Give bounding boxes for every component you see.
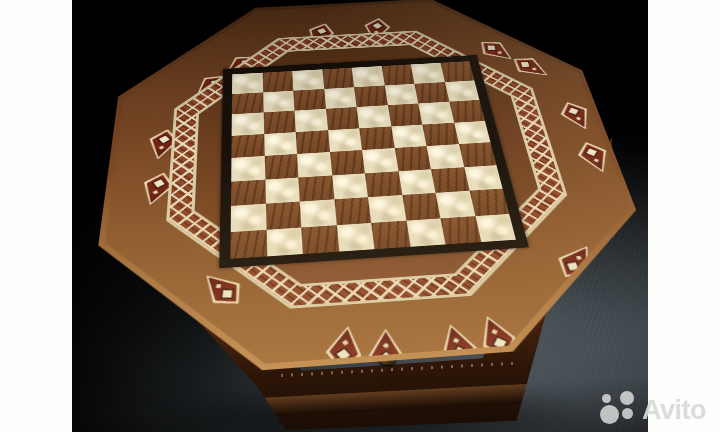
square-e6	[357, 105, 391, 128]
product-photo-chess-table[interactable]	[72, 0, 648, 432]
square-b4	[264, 154, 298, 179]
square-h5	[454, 121, 491, 145]
square-g1	[440, 216, 480, 245]
square-b6	[263, 111, 295, 134]
square-e4	[362, 148, 398, 173]
square-g5	[422, 122, 458, 146]
square-g3	[431, 167, 469, 193]
square-a2	[231, 204, 266, 232]
square-d5	[328, 128, 362, 152]
letterbox-right	[648, 0, 720, 432]
square-h8	[440, 61, 474, 82]
square-h2	[469, 189, 509, 216]
square-g4	[426, 144, 463, 169]
watermark-text: Avito	[642, 395, 706, 426]
square-c3	[298, 175, 334, 201]
square-b2	[265, 202, 301, 230]
square-f1	[406, 218, 446, 247]
square-g8	[411, 63, 445, 84]
square-b8	[262, 71, 293, 92]
square-d3	[332, 173, 368, 199]
square-f5	[391, 124, 427, 148]
square-h3	[464, 165, 503, 191]
square-a7	[232, 92, 263, 114]
square-d7	[324, 87, 357, 109]
square-g7	[414, 82, 449, 104]
square-f2	[402, 193, 441, 220]
square-a5	[231, 134, 264, 158]
square-a3	[231, 179, 265, 206]
letterbox-left	[0, 0, 72, 432]
square-a6	[232, 112, 264, 135]
square-b7	[263, 90, 295, 112]
square-b5	[264, 132, 297, 156]
square-c4	[297, 152, 332, 177]
chess-board	[231, 61, 516, 259]
square-e3	[365, 171, 402, 197]
avito-logo-icon	[600, 391, 642, 429]
square-b1	[266, 227, 303, 256]
square-d4	[330, 150, 365, 175]
square-f4	[394, 146, 431, 171]
square-d6	[326, 107, 360, 130]
square-h7	[444, 80, 479, 102]
square-g6	[418, 102, 453, 125]
square-c7	[293, 89, 325, 111]
square-c8	[292, 69, 324, 90]
square-h6	[449, 100, 485, 123]
square-g2	[436, 191, 475, 218]
square-e2	[368, 195, 406, 223]
square-a8	[232, 73, 263, 94]
kite-inlay-motif	[368, 329, 405, 374]
square-c6	[294, 109, 327, 132]
square-a1	[231, 229, 267, 258]
avito-watermark: Avito	[600, 390, 718, 430]
square-f6	[387, 103, 422, 126]
square-h4	[459, 142, 497, 167]
square-d2	[334, 197, 371, 225]
square-e1	[371, 220, 410, 249]
square-c2	[300, 199, 337, 227]
square-c5	[296, 130, 330, 154]
square-a4	[231, 156, 265, 181]
octagonal-table-top	[112, 0, 612, 400]
square-d1	[336, 223, 374, 252]
square-f7	[384, 84, 418, 106]
square-f8	[381, 64, 414, 85]
square-e5	[359, 126, 394, 150]
square-e7	[354, 85, 387, 107]
square-c1	[301, 225, 338, 254]
square-h1	[475, 214, 516, 243]
square-b3	[265, 177, 300, 204]
square-e8	[352, 66, 385, 87]
square-f3	[398, 169, 436, 195]
square-d8	[322, 68, 354, 89]
kite-inlay-motif	[471, 312, 524, 362]
